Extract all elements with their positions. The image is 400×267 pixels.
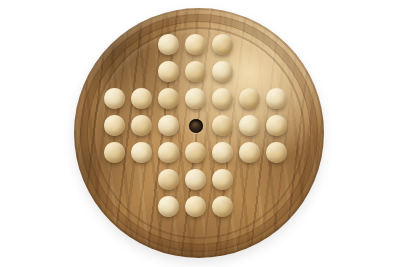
wooden-ball-piece[interactable] — [158, 169, 179, 190]
wooden-ball[interactable] — [182, 139, 209, 166]
wooden-ball-piece[interactable] — [158, 142, 179, 163]
wooden-ball[interactable] — [128, 112, 155, 139]
drilled-hole — [189, 119, 203, 133]
wooden-ball[interactable] — [155, 58, 182, 85]
wooden-ball-piece[interactable] — [212, 88, 233, 109]
wooden-ball[interactable] — [155, 85, 182, 112]
photo-background — [0, 0, 400, 267]
holes-grid — [101, 31, 290, 220]
wooden-ball-piece[interactable] — [239, 115, 260, 136]
wooden-ball-piece[interactable] — [239, 142, 260, 163]
wooden-ball[interactable] — [209, 112, 236, 139]
wooden-ball[interactable] — [128, 85, 155, 112]
wooden-ball[interactable] — [236, 85, 263, 112]
wooden-ball-piece[interactable] — [212, 142, 233, 163]
wooden-ball-piece[interactable] — [266, 88, 287, 109]
wooden-ball-piece[interactable] — [266, 142, 287, 163]
wooden-ball[interactable] — [209, 58, 236, 85]
wooden-ball[interactable] — [236, 112, 263, 139]
wooden-ball-piece[interactable] — [266, 115, 287, 136]
wooden-ball-piece[interactable] — [158, 115, 179, 136]
wooden-ball[interactable] — [182, 31, 209, 58]
wooden-ball[interactable] — [155, 31, 182, 58]
wooden-ball-piece[interactable] — [185, 169, 206, 190]
wooden-ball-piece[interactable] — [212, 169, 233, 190]
wooden-ball[interactable] — [263, 139, 290, 166]
wooden-ball-piece[interactable] — [131, 115, 152, 136]
wooden-ball-piece[interactable] — [131, 142, 152, 163]
wooden-ball[interactable] — [155, 166, 182, 193]
wooden-ball-piece[interactable] — [158, 34, 179, 55]
wooden-ball-piece[interactable] — [212, 115, 233, 136]
wooden-ball[interactable] — [155, 193, 182, 220]
wooden-ball-piece[interactable] — [158, 88, 179, 109]
wooden-ball[interactable] — [101, 112, 128, 139]
wooden-ball[interactable] — [155, 139, 182, 166]
wooden-ball-piece[interactable] — [212, 61, 233, 82]
wooden-ball[interactable] — [128, 139, 155, 166]
wooden-ball-piece[interactable] — [212, 34, 233, 55]
wooden-ball-piece[interactable] — [185, 61, 206, 82]
wooden-ball-piece[interactable] — [185, 88, 206, 109]
wooden-ball-piece[interactable] — [104, 142, 125, 163]
wooden-ball[interactable] — [209, 85, 236, 112]
wooden-ball[interactable] — [182, 58, 209, 85]
wooden-ball-piece[interactable] — [158, 61, 179, 82]
wooden-ball-piece[interactable] — [131, 88, 152, 109]
wooden-ball-piece[interactable] — [104, 88, 125, 109]
wooden-ball[interactable] — [263, 85, 290, 112]
wooden-ball[interactable] — [182, 193, 209, 220]
wooden-ball[interactable] — [263, 112, 290, 139]
wooden-ball-piece[interactable] — [212, 196, 233, 217]
wooden-ball-piece[interactable] — [158, 196, 179, 217]
wooden-ball-piece[interactable] — [185, 34, 206, 55]
wooden-ball[interactable] — [236, 139, 263, 166]
wooden-ball[interactable] — [101, 85, 128, 112]
wooden-ball[interactable] — [209, 193, 236, 220]
wooden-ball[interactable] — [209, 31, 236, 58]
wooden-ball-piece[interactable] — [185, 196, 206, 217]
wooden-ball[interactable] — [209, 166, 236, 193]
wooden-ball[interactable] — [182, 85, 209, 112]
wooden-ball[interactable] — [101, 139, 128, 166]
wooden-ball-piece[interactable] — [185, 142, 206, 163]
wooden-ball[interactable] — [155, 112, 182, 139]
wooden-ball-piece[interactable] — [104, 115, 125, 136]
center-hole-empty[interactable] — [182, 112, 209, 139]
solitaire-board — [74, 8, 324, 258]
wooden-ball[interactable] — [209, 139, 236, 166]
wooden-ball[interactable] — [182, 166, 209, 193]
wooden-ball-piece[interactable] — [239, 88, 260, 109]
